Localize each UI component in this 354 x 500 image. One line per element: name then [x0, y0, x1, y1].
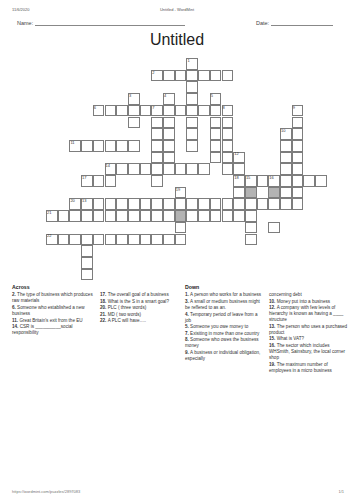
- grid-cell[interactable]: [198, 198, 210, 210]
- grid-cell[interactable]: [163, 70, 175, 82]
- grid-cell[interactable]: [105, 198, 117, 210]
- across-heading: Across: [12, 284, 96, 291]
- grid-cell[interactable]: [140, 234, 152, 246]
- grid-cell[interactable]: [210, 117, 222, 129]
- grid-cell[interactable]: [233, 187, 245, 199]
- clue-item: 18. What is the S in a smart goal?: [100, 299, 178, 305]
- grid-cell[interactable]: [245, 234, 257, 246]
- grid-cell[interactable]: [140, 105, 152, 117]
- grid-cell[interactable]: [151, 117, 163, 129]
- grid-cell[interactable]: [163, 210, 175, 222]
- grid-cell[interactable]: [245, 175, 257, 187]
- date-blank-line[interactable]: [271, 19, 333, 26]
- grid-cell[interactable]: [186, 163, 198, 175]
- grid-cell[interactable]: [292, 140, 304, 152]
- grid-cell[interactable]: [69, 198, 81, 210]
- grid-cell[interactable]: [151, 152, 163, 164]
- grid-cell[interactable]: [186, 70, 198, 82]
- grid-cell[interactable]: [116, 105, 128, 117]
- print-header-title: Untitled - WordMint: [0, 7, 354, 12]
- grid-cell[interactable]: [93, 140, 105, 152]
- grid-cell[interactable]: [140, 198, 152, 210]
- grid-cell[interactable]: [280, 163, 292, 175]
- grid-cell[interactable]: [303, 175, 315, 187]
- grid-cell[interactable]: [222, 140, 234, 152]
- grid-cell[interactable]: [163, 117, 175, 129]
- grid-cell[interactable]: [81, 175, 93, 187]
- clue-item: 2. The type of business which produces r…: [12, 292, 96, 304]
- grid-cell[interactable]: [210, 198, 222, 210]
- grid-cell[interactable]: [105, 175, 117, 187]
- grid-cell[interactable]: [280, 187, 292, 199]
- grid-cell[interactable]: [93, 234, 105, 246]
- grid-cell[interactable]: [93, 198, 105, 210]
- clue-item: 14. CSR is __________social responsibili…: [12, 324, 96, 336]
- grid-cell[interactable]: [222, 198, 234, 210]
- clue-item: 3. A small or medium business might be r…: [185, 299, 263, 311]
- grid-cell[interactable]: [81, 257, 93, 269]
- footer-page-number: 1/1: [338, 489, 344, 494]
- grid-cell[interactable]: [151, 128, 163, 140]
- grid-cell[interactable]: [81, 210, 93, 222]
- grid-cell[interactable]: [210, 210, 222, 222]
- grid-cell[interactable]: [292, 117, 304, 129]
- grid-cell[interactable]: [292, 198, 304, 210]
- grid-cell[interactable]: [116, 234, 128, 246]
- clue-item: 17. The overall goal of a business: [100, 292, 178, 298]
- grid-cell[interactable]: [222, 128, 234, 140]
- grid-cell[interactable]: [233, 198, 245, 210]
- grid-cell[interactable]: [163, 152, 175, 164]
- grid-cell[interactable]: [81, 234, 93, 246]
- grid-cell[interactable]: [175, 70, 187, 82]
- grid-cell[interactable]: [81, 198, 93, 210]
- grid-cell[interactable]: [186, 198, 198, 210]
- grid-cell[interactable]: [128, 117, 140, 129]
- grid-cell[interactable]: [198, 105, 210, 117]
- grid-cell[interactable]: [280, 198, 292, 210]
- clue-item: 16. The sector which includes WHSmith, S…: [269, 343, 349, 361]
- grid-cell[interactable]: [280, 128, 292, 140]
- grid-cell[interactable]: [105, 234, 117, 246]
- grid-cell[interactable]: [151, 140, 163, 152]
- grid-cell[interactable]: [93, 210, 105, 222]
- grid-cell[interactable]: [292, 175, 304, 187]
- clue-item: 6. Someone who established a new busines…: [12, 305, 96, 317]
- grid-cell[interactable]: [175, 187, 187, 199]
- grid-cell[interactable]: [151, 163, 163, 175]
- grid-cell[interactable]: [245, 210, 257, 222]
- grid-cell[interactable]: [151, 234, 163, 246]
- grid-cell[interactable]: [280, 140, 292, 152]
- grid-cell[interactable]: [222, 163, 234, 175]
- grid-cell[interactable]: [268, 198, 280, 210]
- grid-cell[interactable]: [128, 105, 140, 117]
- grid-cell[interactable]: [210, 93, 222, 105]
- grid-cell[interactable]: [210, 152, 222, 164]
- grid-cell[interactable]: [46, 234, 58, 246]
- grid-cell[interactable]: [210, 140, 222, 152]
- date-row: Date:: [256, 19, 333, 26]
- clue-item: concerning debt: [269, 292, 349, 298]
- across-clues-col2: 17. The overall goal of a business18. Wh…: [100, 292, 178, 325]
- grid-cell[interactable]: [140, 210, 152, 222]
- grid-cell[interactable]: [151, 105, 163, 117]
- grid-cell[interactable]: [105, 163, 117, 175]
- grid-cell[interactable]: [268, 175, 280, 187]
- grid-cell[interactable]: [268, 222, 280, 234]
- clue-item: 12. A company with few levels of hierarc…: [269, 305, 349, 323]
- grid-cell[interactable]: [69, 210, 81, 222]
- grid-cell[interactable]: [292, 187, 304, 199]
- grid-cell[interactable]: [128, 93, 140, 105]
- grid-cell[interactable]: [163, 234, 175, 246]
- grid-cell[interactable]: [186, 58, 198, 70]
- grid-cell[interactable]: [151, 175, 163, 187]
- grid-cell[interactable]: [116, 198, 128, 210]
- grid-cell[interactable]: [245, 198, 257, 210]
- grid-cell[interactable]: [175, 163, 187, 175]
- grid-cell[interactable]: [128, 210, 140, 222]
- grid-cell[interactable]: [163, 140, 175, 152]
- grid-cell[interactable]: [210, 128, 222, 140]
- grid-cell[interactable]: [93, 105, 105, 117]
- grid-cell[interactable]: [175, 234, 187, 246]
- grid-cell[interactable]: [81, 245, 93, 257]
- grid-cell[interactable]: [186, 210, 198, 222]
- grid-cell[interactable]: [292, 128, 304, 140]
- grid-cell[interactable]: [257, 198, 269, 210]
- down-heading: Down: [185, 284, 263, 291]
- grid-cell[interactable]: [175, 198, 187, 210]
- grid-cell[interactable]: [198, 210, 210, 222]
- footer-url: https://wordmint.com/puzzles/2897083: [12, 489, 80, 494]
- grid-cell[interactable]: [257, 175, 269, 187]
- grid-cell[interactable]: [128, 140, 140, 152]
- grid-cell[interactable]: [163, 198, 175, 210]
- grid-cell[interactable]: [58, 234, 70, 246]
- grid-cell[interactable]: [69, 234, 81, 246]
- grid-cell[interactable]: [58, 210, 70, 222]
- grid-cell[interactable]: [116, 210, 128, 222]
- grid-cell[interactable]: [163, 93, 175, 105]
- grid-cell[interactable]: [222, 210, 234, 222]
- clue-item: 1. A person who works for a business: [185, 292, 263, 298]
- clue-item: 9. A business or individual obligation, …: [185, 350, 263, 362]
- grid-cell[interactable]: [151, 70, 163, 82]
- clue-item: 10. Money put into a business: [269, 299, 349, 305]
- grid-cell[interactable]: [233, 175, 245, 187]
- grid-cell-shaded[interactable]: [175, 210, 187, 222]
- grid-cell[interactable]: [116, 163, 128, 175]
- grid-cell[interactable]: [292, 163, 304, 175]
- grid-cell[interactable]: [222, 70, 234, 82]
- grid-cell[interactable]: [186, 105, 198, 117]
- grid-cell-shaded[interactable]: [268, 187, 280, 199]
- grid-cell[interactable]: [105, 210, 117, 222]
- grid-cell[interactable]: [175, 222, 187, 234]
- grid-cell[interactable]: [233, 152, 245, 164]
- name-row: Name:: [17, 19, 185, 26]
- clue-item: 20. PLC ( three words): [100, 305, 178, 311]
- grid-cell[interactable]: [46, 210, 58, 222]
- clue-item: 5. Someone you owe money to: [185, 324, 263, 330]
- grid-cell[interactable]: [233, 163, 245, 175]
- grid-cell[interactable]: [163, 163, 175, 175]
- clue-item: 21. MD ( two words): [100, 312, 178, 318]
- grid-cell[interactable]: [280, 152, 292, 164]
- grid-cell[interactable]: [315, 175, 327, 187]
- grid-cell[interactable]: [186, 117, 198, 129]
- grid-cell[interactable]: [245, 222, 257, 234]
- clue-item: 22. A PLC will have.....: [100, 318, 178, 324]
- grid-cell[interactable]: [105, 140, 117, 152]
- grid-cell[interactable]: [69, 140, 81, 152]
- grid-cell[interactable]: [163, 128, 175, 140]
- grid-cell[interactable]: [186, 93, 198, 105]
- name-label: Name:: [17, 20, 33, 26]
- grid-cell[interactable]: [175, 105, 187, 117]
- grid-cell[interactable]: [280, 175, 292, 187]
- grid-cell[interactable]: [81, 269, 93, 281]
- grid-cell[interactable]: [210, 70, 222, 82]
- grid-cell[interactable]: [198, 163, 210, 175]
- grid-cell[interactable]: [151, 198, 163, 210]
- grid-cell[interactable]: [140, 163, 152, 175]
- name-blank-line[interactable]: [35, 19, 185, 26]
- grid-cell[interactable]: [233, 210, 245, 222]
- grid-cell[interactable]: [93, 175, 105, 187]
- grid-cell[interactable]: [186, 140, 198, 152]
- grid-cell[interactable]: [210, 105, 222, 117]
- grid-cell[interactable]: [198, 70, 210, 82]
- clue-item: 8. Someone who owes the business money: [185, 337, 263, 349]
- grid-cell[interactable]: [163, 105, 175, 117]
- clue-item: 15. What is VAT?: [269, 336, 349, 342]
- grid-cell[interactable]: [151, 210, 163, 222]
- grid-cell[interactable]: [128, 234, 140, 246]
- grid-cell[interactable]: [186, 81, 198, 93]
- grid-cell-shaded[interactable]: [245, 187, 257, 199]
- clue-item: 11. Great Britain's exit from the EU: [12, 318, 96, 324]
- grid-cell[interactable]: [116, 140, 128, 152]
- puzzle-title: Untitled: [0, 31, 354, 49]
- across-clues-col1: Across 2. The type of business which pro…: [12, 284, 96, 337]
- grid-cell[interactable]: [292, 105, 304, 117]
- clue-item: 19. The maximum number of employees in a…: [269, 362, 349, 374]
- grid-cell[interactable]: [128, 198, 140, 210]
- grid-cell[interactable]: [81, 140, 93, 152]
- clue-item: 13. The person who uses a purchased prod…: [269, 324, 349, 336]
- grid-cell[interactable]: [222, 105, 234, 117]
- clue-item: 4. Temporary period of leave from a job: [185, 312, 263, 324]
- grid-cell[interactable]: [292, 152, 304, 164]
- grid-cell[interactable]: [128, 163, 140, 175]
- grid-cell[interactable]: [222, 152, 234, 164]
- grid-cell[interactable]: [105, 105, 117, 117]
- date-label: Date:: [256, 20, 269, 26]
- grid-cell[interactable]: [222, 117, 234, 129]
- down-clues-col2: concerning debt10. Money put into a busi…: [269, 292, 349, 374]
- clue-item: 7. Exisiting in more than one country: [185, 331, 263, 337]
- grid-cell[interactable]: [186, 128, 198, 140]
- down-clues-col1: Down 1. A person who works for a busines…: [185, 284, 263, 363]
